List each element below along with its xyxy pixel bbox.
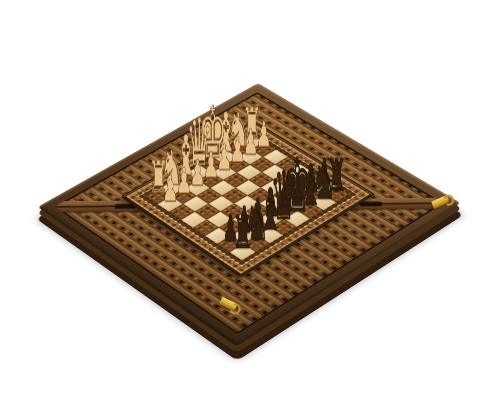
square: ♜ [230,244,256,261]
latch-recess [360,201,382,206]
product-photo: ♜♟♟♜♞♟♟♞♝♟♟♝♚♟♟♚♛♟♟♛♝♟♟♝♞♟♟♞♜♟♟♜ [0,0,500,400]
chess-board: ♜♟♟♜♞♟♟♞♝♟♟♝♚♟♟♚♛♟♟♛♝♟♟♝♞♟♟♞♜♟♟♜ [37,83,460,347]
square [169,204,195,220]
piece-glyph: ♟ [162,171,178,207]
piece-glyph: ♜ [232,210,253,256]
